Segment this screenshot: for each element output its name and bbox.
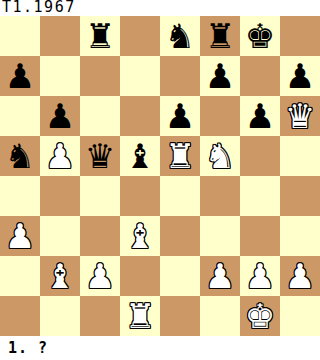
square-c2[interactable]: ♟	[80, 256, 120, 296]
square-h7[interactable]: ♟	[280, 56, 320, 96]
square-h3[interactable]	[280, 216, 320, 256]
square-c4[interactable]	[80, 176, 120, 216]
square-e5[interactable]: ♜	[160, 136, 200, 176]
square-f3[interactable]	[200, 216, 240, 256]
white-king: ♚	[245, 296, 275, 336]
square-g6[interactable]: ♟	[240, 96, 280, 136]
square-d3[interactable]: ♝	[120, 216, 160, 256]
white-pawn: ♟	[45, 136, 75, 176]
square-b5[interactable]: ♟	[40, 136, 80, 176]
square-a2[interactable]	[0, 256, 40, 296]
square-h6[interactable]: ♛	[280, 96, 320, 136]
white-pawn: ♟	[85, 256, 115, 296]
square-b7[interactable]	[40, 56, 80, 96]
square-h4[interactable]	[280, 176, 320, 216]
white-pawn: ♟	[205, 256, 235, 296]
square-g1[interactable]: ♚	[240, 296, 280, 336]
square-h2[interactable]: ♟	[280, 256, 320, 296]
square-h5[interactable]	[280, 136, 320, 176]
square-d7[interactable]	[120, 56, 160, 96]
black-rook: ♜	[85, 16, 115, 56]
white-rook: ♜	[125, 296, 155, 336]
square-d6[interactable]	[120, 96, 160, 136]
square-a4[interactable]	[0, 176, 40, 216]
move-prompt: 1. ?	[0, 336, 320, 360]
square-e2[interactable]	[160, 256, 200, 296]
square-c7[interactable]	[80, 56, 120, 96]
square-c1[interactable]	[80, 296, 120, 336]
puzzle-title: T1.1967	[0, 0, 320, 16]
square-b4[interactable]	[40, 176, 80, 216]
white-pawn: ♟	[5, 216, 35, 256]
black-knight: ♞	[165, 16, 195, 56]
square-g3[interactable]	[240, 216, 280, 256]
square-h1[interactable]	[280, 296, 320, 336]
square-a5[interactable]: ♞	[0, 136, 40, 176]
square-c6[interactable]	[80, 96, 120, 136]
black-pawn: ♟	[45, 96, 75, 136]
square-f6[interactable]	[200, 96, 240, 136]
white-pawn: ♟	[245, 256, 275, 296]
square-c3[interactable]	[80, 216, 120, 256]
black-queen: ♛	[85, 136, 115, 176]
square-d1[interactable]: ♜	[120, 296, 160, 336]
square-e4[interactable]	[160, 176, 200, 216]
square-a7[interactable]: ♟	[0, 56, 40, 96]
square-b2[interactable]: ♝	[40, 256, 80, 296]
square-f5[interactable]: ♞	[200, 136, 240, 176]
black-pawn: ♟	[165, 96, 195, 136]
square-b8[interactable]	[40, 16, 80, 56]
square-d5[interactable]: ♝	[120, 136, 160, 176]
black-knight: ♞	[5, 136, 35, 176]
white-bishop: ♝	[45, 256, 75, 296]
white-rook: ♜	[165, 136, 195, 176]
black-rook: ♜	[205, 16, 235, 56]
square-e1[interactable]	[160, 296, 200, 336]
square-a1[interactable]	[0, 296, 40, 336]
square-g8[interactable]: ♚	[240, 16, 280, 56]
square-e8[interactable]: ♞	[160, 16, 200, 56]
square-f2[interactable]: ♟	[200, 256, 240, 296]
white-queen: ♛	[285, 96, 315, 136]
white-bishop: ♝	[125, 216, 155, 256]
square-c8[interactable]: ♜	[80, 16, 120, 56]
square-e6[interactable]: ♟	[160, 96, 200, 136]
square-g7[interactable]	[240, 56, 280, 96]
square-g2[interactable]: ♟	[240, 256, 280, 296]
black-pawn: ♟	[245, 96, 275, 136]
white-knight: ♞	[205, 136, 235, 176]
square-g4[interactable]	[240, 176, 280, 216]
square-b3[interactable]	[40, 216, 80, 256]
square-c5[interactable]: ♛	[80, 136, 120, 176]
square-b1[interactable]	[40, 296, 80, 336]
black-bishop: ♝	[125, 136, 155, 176]
black-pawn: ♟	[5, 56, 35, 96]
square-e7[interactable]	[160, 56, 200, 96]
black-king: ♚	[245, 16, 275, 56]
square-a8[interactable]	[0, 16, 40, 56]
square-f7[interactable]: ♟	[200, 56, 240, 96]
square-d4[interactable]	[120, 176, 160, 216]
square-e3[interactable]	[160, 216, 200, 256]
square-d8[interactable]	[120, 16, 160, 56]
square-a6[interactable]	[0, 96, 40, 136]
square-a3[interactable]: ♟	[0, 216, 40, 256]
chess-board: ♜♞♜♚♟♟♟♟♟♟♛♞♟♛♝♜♞♟♝♝♟♟♟♟♜♚	[0, 16, 320, 336]
black-pawn: ♟	[285, 56, 315, 96]
chess-diagram-page: T1.1967 ♜♞♜♚♟♟♟♟♟♟♛♞♟♛♝♜♞♟♝♝♟♟♟♟♜♚ 1. ?	[0, 0, 320, 360]
white-pawn: ♟	[285, 256, 315, 296]
square-f1[interactable]	[200, 296, 240, 336]
square-h8[interactable]	[280, 16, 320, 56]
square-g5[interactable]	[240, 136, 280, 176]
square-f4[interactable]	[200, 176, 240, 216]
square-f8[interactable]: ♜	[200, 16, 240, 56]
black-pawn: ♟	[205, 56, 235, 96]
square-b6[interactable]: ♟	[40, 96, 80, 136]
square-d2[interactable]	[120, 256, 160, 296]
